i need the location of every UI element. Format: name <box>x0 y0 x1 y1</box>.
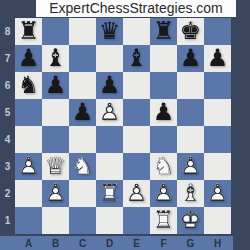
square-e3 <box>123 153 150 180</box>
black-piece-layer: ♞ <box>15 72 42 99</box>
file-coordinates: ABCDEFGH <box>0 236 233 250</box>
square-h6 <box>204 72 231 99</box>
white-pawn-icon: ♟♙ <box>177 153 204 180</box>
black-rook-icon: ♜ <box>150 18 177 45</box>
file-label-h: H <box>204 236 231 250</box>
black-piece-layer: ♟ <box>42 72 69 99</box>
rank-label-1: 1 <box>0 207 15 234</box>
square-f3: ♞♘ <box>150 153 177 180</box>
square-f8: ♜ <box>150 18 177 45</box>
white-rook-icon: ♜♖ <box>150 207 177 234</box>
square-e7: ♝ <box>123 45 150 72</box>
square-c8 <box>69 18 96 45</box>
square-h4 <box>204 126 231 153</box>
black-bishop-icon: ♝ <box>42 45 69 72</box>
square-h7: ♟ <box>204 45 231 72</box>
square-g2: ♝♗ <box>177 180 204 207</box>
black-piece-layer: ♟ <box>69 99 96 126</box>
chess-diagram: ExpertChessStrategies.com 87654321 ♜♛♜♚♟… <box>0 0 250 250</box>
square-a4 <box>15 126 42 153</box>
white-piece-outline-layer: ♖ <box>150 207 177 234</box>
black-pawn-icon: ♟ <box>15 45 42 72</box>
white-piece-outline-layer: ♘ <box>69 153 96 180</box>
square-c4 <box>69 126 96 153</box>
black-piece-layer: ♜ <box>15 18 42 45</box>
white-piece-outline-layer: ♖ <box>96 180 123 207</box>
rank-label-7: 7 <box>0 45 15 72</box>
square-g3: ♟♙ <box>177 153 204 180</box>
square-g7: ♟ <box>177 45 204 72</box>
site-title-text: ExpertChessStrategies.com <box>49 0 223 17</box>
square-h8 <box>204 18 231 45</box>
square-a8: ♜ <box>15 18 42 45</box>
white-knight-icon: ♞♘ <box>69 153 96 180</box>
square-a5 <box>15 99 42 126</box>
black-piece-layer: ♛ <box>96 18 123 45</box>
square-e5 <box>123 99 150 126</box>
rank-label-5: 5 <box>0 99 15 126</box>
white-piece-outline-layer: ♗ <box>177 180 204 207</box>
chess-board: ♜♛♜♚♟♝♝♟♟♞♟♟♟♟♙♟♟♙♛♕♞♘♞♘♟♙♟♙♜♖♟♙♟♙♝♗♟♙♜♖… <box>15 18 231 234</box>
black-knight-icon: ♞ <box>15 72 42 99</box>
file-label-b: B <box>42 236 69 250</box>
square-b1 <box>42 207 69 234</box>
square-e8 <box>123 18 150 45</box>
square-c6 <box>69 72 96 99</box>
file-label-g: G <box>177 236 204 250</box>
square-h5 <box>204 99 231 126</box>
file-label-d: D <box>96 236 123 250</box>
square-b6: ♟ <box>42 72 69 99</box>
white-bishop-icon: ♝♗ <box>177 180 204 207</box>
square-g8: ♚ <box>177 18 204 45</box>
square-c5: ♟ <box>69 99 96 126</box>
site-title-banner[interactable]: ExpertChessStrategies.com <box>36 0 236 17</box>
square-d4 <box>96 126 123 153</box>
square-b3: ♛♕ <box>42 153 69 180</box>
black-pawn-icon: ♟ <box>177 45 204 72</box>
black-rook-icon: ♜ <box>15 18 42 45</box>
black-pawn-icon: ♟ <box>204 45 231 72</box>
square-b5 <box>42 99 69 126</box>
file-label-e: E <box>123 236 150 250</box>
square-c7 <box>69 45 96 72</box>
white-pawn-icon: ♟♙ <box>123 180 150 207</box>
square-d8: ♛ <box>96 18 123 45</box>
square-f1: ♜♖ <box>150 207 177 234</box>
white-piece-outline-layer: ♙ <box>123 180 150 207</box>
square-a6: ♞ <box>15 72 42 99</box>
rank-label-4: 4 <box>0 126 15 153</box>
file-label-a: A <box>15 236 42 250</box>
square-b2: ♟♙ <box>42 180 69 207</box>
square-d3 <box>96 153 123 180</box>
file-label-f: F <box>150 236 177 250</box>
black-piece-layer: ♜ <box>150 18 177 45</box>
white-pawn-icon: ♟♙ <box>204 180 231 207</box>
square-d6: ♟ <box>96 72 123 99</box>
square-a7: ♟ <box>15 45 42 72</box>
rank-label-3: 3 <box>0 153 15 180</box>
rank-label-8: 8 <box>0 18 15 45</box>
square-f4 <box>150 126 177 153</box>
black-queen-icon: ♛ <box>96 18 123 45</box>
square-b8 <box>42 18 69 45</box>
white-pawn-icon: ♟♙ <box>150 180 177 207</box>
square-e1 <box>123 207 150 234</box>
square-h1 <box>204 207 231 234</box>
white-piece-outline-layer: ♙ <box>150 180 177 207</box>
square-f7 <box>150 45 177 72</box>
square-d1 <box>96 207 123 234</box>
black-pawn-icon: ♟ <box>96 72 123 99</box>
square-d2: ♜♖ <box>96 180 123 207</box>
square-a1 <box>15 207 42 234</box>
white-piece-outline-layer: ♙ <box>96 99 123 126</box>
white-piece-outline-layer: ♙ <box>15 153 42 180</box>
black-king-icon: ♚ <box>177 18 204 45</box>
square-b7: ♝ <box>42 45 69 72</box>
square-g5 <box>177 99 204 126</box>
square-g1: ♚♔ <box>177 207 204 234</box>
square-d7 <box>96 45 123 72</box>
white-piece-outline-layer: ♘ <box>150 153 177 180</box>
black-piece-layer: ♝ <box>123 45 150 72</box>
file-label-c: C <box>69 236 96 250</box>
white-pawn-icon: ♟♙ <box>96 99 123 126</box>
white-piece-outline-layer: ♙ <box>42 180 69 207</box>
white-pawn-icon: ♟♙ <box>15 153 42 180</box>
square-a3: ♟♙ <box>15 153 42 180</box>
square-g6 <box>177 72 204 99</box>
black-pawn-icon: ♟ <box>150 99 177 126</box>
black-piece-layer: ♟ <box>96 72 123 99</box>
white-knight-icon: ♞♘ <box>150 153 177 180</box>
square-f2: ♟♙ <box>150 180 177 207</box>
white-king-icon: ♚♔ <box>177 207 204 234</box>
rank-label-2: 2 <box>0 180 15 207</box>
square-c3: ♞♘ <box>69 153 96 180</box>
white-pawn-icon: ♟♙ <box>42 180 69 207</box>
square-e4 <box>123 126 150 153</box>
black-piece-layer: ♝ <box>42 45 69 72</box>
black-bishop-icon: ♝ <box>123 45 150 72</box>
black-piece-layer: ♟ <box>150 99 177 126</box>
white-piece-outline-layer: ♔ <box>177 207 204 234</box>
white-queen-icon: ♛♕ <box>42 153 69 180</box>
black-piece-layer: ♚ <box>177 18 204 45</box>
white-rook-icon: ♜♖ <box>96 180 123 207</box>
square-e6 <box>123 72 150 99</box>
black-pawn-icon: ♟ <box>42 72 69 99</box>
white-piece-outline-layer: ♙ <box>177 153 204 180</box>
square-f6 <box>150 72 177 99</box>
square-c1 <box>69 207 96 234</box>
square-e2: ♟♙ <box>123 180 150 207</box>
file-strip-spacer <box>0 236 15 250</box>
square-a2 <box>15 180 42 207</box>
square-g4 <box>177 126 204 153</box>
square-c2 <box>69 180 96 207</box>
square-d5: ♟♙ <box>96 99 123 126</box>
white-piece-outline-layer: ♙ <box>204 180 231 207</box>
square-b4 <box>42 126 69 153</box>
black-pawn-icon: ♟ <box>69 99 96 126</box>
rank-coordinates: 87654321 <box>0 18 15 234</box>
square-h2: ♟♙ <box>204 180 231 207</box>
rank-label-6: 6 <box>0 72 15 99</box>
white-piece-outline-layer: ♕ <box>42 153 69 180</box>
black-piece-layer: ♟ <box>15 45 42 72</box>
black-piece-layer: ♟ <box>177 45 204 72</box>
black-piece-layer: ♟ <box>204 45 231 72</box>
square-h3 <box>204 153 231 180</box>
square-f5: ♟ <box>150 99 177 126</box>
